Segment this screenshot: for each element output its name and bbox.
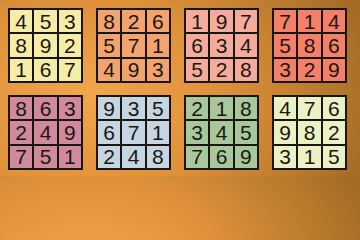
puzzle-board: 4538921678265714931976345287145863298632… <box>0 0 360 176</box>
cell: 6 <box>98 121 120 143</box>
cell: 3 <box>59 10 81 32</box>
cell: 2 <box>298 59 320 81</box>
cell: 7 <box>298 97 320 119</box>
cell: 2 <box>323 121 345 143</box>
cell: 4 <box>98 59 120 81</box>
cell: 3 <box>59 97 81 119</box>
grid-5[interactable]: 863249751 <box>8 95 83 170</box>
cell: 6 <box>210 146 232 168</box>
cell: 6 <box>323 97 345 119</box>
cell: 1 <box>210 97 232 119</box>
cell: 2 <box>122 10 144 32</box>
cell: 3 <box>186 121 208 143</box>
cell: 1 <box>298 10 320 32</box>
cell: 9 <box>59 121 81 143</box>
cell: 9 <box>235 146 257 168</box>
cell: 3 <box>210 34 232 56</box>
cell: 2 <box>98 146 120 168</box>
cell: 6 <box>34 59 56 81</box>
cell: 2 <box>186 97 208 119</box>
cell: 8 <box>298 121 320 143</box>
grid-8[interactable]: 476982315 <box>272 95 347 170</box>
cell: 5 <box>34 146 56 168</box>
cell: 8 <box>10 34 32 56</box>
cell: 7 <box>235 10 257 32</box>
grid-6[interactable]: 935671248 <box>96 95 171 170</box>
cell: 8 <box>147 146 169 168</box>
cell: 7 <box>122 34 144 56</box>
grid-2[interactable]: 826571493 <box>96 8 171 83</box>
cell: 5 <box>147 97 169 119</box>
cell: 4 <box>323 10 345 32</box>
cell: 1 <box>186 10 208 32</box>
cell: 4 <box>34 121 56 143</box>
cell: 1 <box>10 59 32 81</box>
cell: 4 <box>235 34 257 56</box>
cell: 5 <box>98 34 120 56</box>
cell: 9 <box>210 10 232 32</box>
cell: 1 <box>147 34 169 56</box>
cell: 9 <box>274 121 296 143</box>
grid-7[interactable]: 218345769 <box>184 95 259 170</box>
cell: 8 <box>10 97 32 119</box>
cell: 1 <box>298 146 320 168</box>
cell: 8 <box>98 10 120 32</box>
cell: 1 <box>147 121 169 143</box>
cell: 8 <box>298 34 320 56</box>
cell: 2 <box>10 121 32 143</box>
cell: 3 <box>274 146 296 168</box>
cell: 4 <box>122 146 144 168</box>
cell: 9 <box>122 59 144 81</box>
cell: 3 <box>147 59 169 81</box>
cell: 9 <box>98 97 120 119</box>
cell: 5 <box>323 146 345 168</box>
cell: 5 <box>34 10 56 32</box>
cell: 6 <box>186 34 208 56</box>
cell: 7 <box>59 59 81 81</box>
cell: 6 <box>323 34 345 56</box>
cell: 9 <box>323 59 345 81</box>
cell: 5 <box>235 121 257 143</box>
cell: 7 <box>10 146 32 168</box>
cell: 2 <box>59 34 81 56</box>
cell: 4 <box>10 10 32 32</box>
cell: 1 <box>59 146 81 168</box>
cell: 4 <box>274 97 296 119</box>
cell: 5 <box>274 34 296 56</box>
cell: 7 <box>186 146 208 168</box>
grid-1[interactable]: 453892167 <box>8 8 83 83</box>
cell: 4 <box>210 121 232 143</box>
cell: 7 <box>122 121 144 143</box>
cell: 8 <box>235 97 257 119</box>
cell: 7 <box>274 10 296 32</box>
cell: 3 <box>274 59 296 81</box>
cell: 5 <box>186 59 208 81</box>
cell: 9 <box>34 34 56 56</box>
grid-3[interactable]: 197634528 <box>184 8 259 83</box>
cell: 2 <box>210 59 232 81</box>
grid-4[interactable]: 714586329 <box>272 8 347 83</box>
cell: 3 <box>122 97 144 119</box>
cell: 8 <box>235 59 257 81</box>
cell: 6 <box>34 97 56 119</box>
cell: 6 <box>147 10 169 32</box>
